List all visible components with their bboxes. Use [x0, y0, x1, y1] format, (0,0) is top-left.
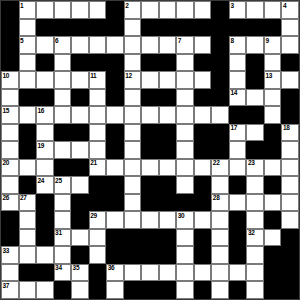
cell-r9-c6[interactable] — [89, 141, 107, 159]
cell-r13-c8[interactable] — [124, 211, 142, 229]
cell-r16-c1[interactable] — [1, 264, 19, 282]
clue-number: 34 — [55, 264, 62, 271]
cell-r8-c4 — [54, 124, 72, 142]
cell-r8-c12 — [194, 124, 212, 142]
cell-r5-c15 — [246, 71, 264, 89]
cell-r12-c13[interactable]: 28 — [211, 194, 229, 212]
cell-r11-c6 — [89, 176, 107, 194]
cell-r2-c1 — [1, 19, 19, 37]
cell-r15-c14 — [229, 246, 247, 264]
cell-r7-c10[interactable] — [159, 106, 177, 124]
cell-r2-c5 — [71, 19, 89, 37]
clue-number: 37 — [3, 282, 10, 289]
cell-r3-c8[interactable] — [124, 36, 142, 54]
cell-r17-c6 — [89, 281, 107, 299]
cell-r13-c6[interactable]: 29 — [89, 211, 107, 229]
clue-number: 17 — [230, 124, 237, 131]
cell-r17-c13[interactable] — [211, 281, 229, 299]
cell-r8-c16 — [264, 124, 282, 142]
cell-r13-c5 — [71, 211, 89, 229]
cell-r7-c11[interactable] — [176, 106, 194, 124]
cell-r17-c2[interactable] — [19, 281, 37, 299]
cell-r16-c5[interactable]: 35 — [71, 264, 89, 282]
clue-number: 28 — [213, 194, 220, 201]
cell-r4-c17 — [281, 54, 299, 72]
cell-r4-c9 — [141, 54, 159, 72]
cell-r15-c6[interactable] — [89, 246, 107, 264]
cell-r15-c3[interactable] — [36, 246, 54, 264]
cell-r14-c16[interactable] — [264, 229, 282, 247]
cell-r8-c9 — [141, 124, 159, 142]
cell-r4-c3 — [36, 54, 54, 72]
clue-number: 12 — [125, 72, 132, 79]
cell-r15-c16 — [264, 246, 282, 264]
cell-r7-c8[interactable] — [124, 106, 142, 124]
cell-r7-c1[interactable]: 15 — [1, 106, 19, 124]
cell-r13-c14 — [229, 211, 247, 229]
cell-r12-c17[interactable] — [281, 194, 299, 212]
cell-r17-c15[interactable] — [246, 281, 264, 299]
cell-r2-c15 — [246, 19, 264, 37]
cell-r11-c15[interactable] — [246, 176, 264, 194]
cell-r17-c16 — [264, 281, 282, 299]
cell-r4-c16[interactable] — [264, 54, 282, 72]
cell-r6-c8[interactable] — [124, 89, 142, 107]
clue-number: 10 — [3, 72, 10, 79]
cell-r4-c14[interactable] — [229, 54, 247, 72]
cell-r14-c13[interactable] — [211, 229, 229, 247]
cell-r5-c2[interactable] — [19, 71, 37, 89]
cell-r7-c4[interactable] — [54, 106, 72, 124]
cell-r6-c5 — [71, 89, 89, 107]
cell-r9-c14[interactable] — [229, 141, 247, 159]
cell-r13-c16 — [264, 211, 282, 229]
cell-r1-c1 — [1, 1, 19, 19]
cell-r7-c16[interactable] — [264, 106, 282, 124]
cell-r14-c9 — [141, 229, 159, 247]
cell-r4-c6 — [89, 54, 107, 72]
cell-r16-c10[interactable] — [159, 264, 177, 282]
cell-r2-c7 — [106, 19, 124, 37]
cell-r9-c4[interactable] — [54, 141, 72, 159]
cell-r12-c7 — [106, 194, 124, 212]
cell-r16-c3 — [36, 264, 54, 282]
cell-r13-c12[interactable] — [194, 211, 212, 229]
cell-r16-c4[interactable]: 34 — [54, 264, 72, 282]
cell-r11-c13[interactable] — [211, 176, 229, 194]
cell-r10-c11[interactable] — [176, 159, 194, 177]
clue-number: 13 — [265, 72, 272, 79]
cell-r10-c1[interactable]: 20 — [1, 159, 19, 177]
cell-r7-c7[interactable] — [106, 106, 124, 124]
cell-r12-c14[interactable] — [229, 194, 247, 212]
cell-r15-c8 — [124, 246, 142, 264]
cell-r7-c6[interactable] — [89, 106, 107, 124]
clue-number: 26 — [3, 194, 10, 201]
cell-r7-c14 — [229, 106, 247, 124]
cell-r10-c3[interactable] — [36, 159, 54, 177]
cell-r1-c11[interactable] — [176, 1, 194, 19]
cell-r10-c15[interactable]: 23 — [246, 159, 264, 177]
cell-r17-c14 — [229, 281, 247, 299]
cell-r9-c15 — [246, 141, 264, 159]
cell-r3-c14[interactable]: 8 — [229, 36, 247, 54]
cell-r1-c7 — [106, 1, 124, 19]
cell-r10-c14[interactable] — [229, 159, 247, 177]
cell-r10-c6[interactable]: 21 — [89, 159, 107, 177]
cell-r13-c4[interactable] — [54, 211, 72, 229]
clue-number: 18 — [283, 124, 290, 131]
cell-r9-c3[interactable]: 19 — [36, 141, 54, 159]
cell-r10-c8[interactable] — [124, 159, 142, 177]
cell-r6-c9 — [141, 89, 159, 107]
cell-r10-c13[interactable]: 22 — [211, 159, 229, 177]
clue-number: 7 — [178, 37, 181, 44]
cell-r1-c17[interactable]: 4 — [281, 1, 299, 19]
cell-r1-c5[interactable] — [71, 1, 89, 19]
cell-r9-c13 — [211, 141, 229, 159]
cell-r6-c11[interactable] — [176, 89, 194, 107]
clue-number: 36 — [108, 264, 115, 271]
cell-r4-c10 — [159, 54, 177, 72]
cell-r3-c6[interactable] — [89, 36, 107, 54]
cell-r3-c12[interactable] — [194, 36, 212, 54]
cell-r5-c14[interactable] — [229, 71, 247, 89]
cell-r3-c10[interactable] — [159, 36, 177, 54]
cell-r5-c6[interactable]: 11 — [89, 71, 107, 89]
cell-r7-c13[interactable] — [211, 106, 229, 124]
cell-r9-c1[interactable] — [1, 141, 19, 159]
cell-r14-c10 — [159, 229, 177, 247]
clue-number: 33 — [3, 247, 10, 254]
cell-r6-c6[interactable] — [89, 89, 107, 107]
cell-r2-c11 — [176, 19, 194, 37]
cell-r6-c15[interactable] — [246, 89, 264, 107]
cell-r4-c1 — [1, 54, 19, 72]
cell-r1-c15[interactable] — [246, 1, 264, 19]
cell-r15-c9 — [141, 246, 159, 264]
clue-number: 32 — [248, 229, 255, 236]
cell-r13-c11[interactable]: 30 — [176, 211, 194, 229]
cell-r4-c7 — [106, 54, 124, 72]
cell-r5-c4[interactable] — [54, 71, 72, 89]
cell-r17-c17 — [281, 281, 299, 299]
cell-r11-c12 — [194, 176, 212, 194]
cell-r13-c2[interactable] — [19, 211, 37, 229]
cell-r10-c10[interactable] — [159, 159, 177, 177]
cell-r11-c1[interactable] — [1, 176, 19, 194]
cell-r4-c13 — [211, 54, 229, 72]
cell-r17-c1[interactable]: 37 — [1, 281, 19, 299]
clue-number: 30 — [178, 212, 185, 219]
cell-r3-c4[interactable]: 6 — [54, 36, 72, 54]
cell-r16-c12[interactable] — [194, 264, 212, 282]
cell-r17-c11[interactable] — [176, 281, 194, 299]
cell-r10-c16[interactable] — [264, 159, 282, 177]
cell-r10-c9[interactable] — [141, 159, 159, 177]
cell-r5-c9[interactable] — [141, 71, 159, 89]
cell-r5-c11[interactable] — [176, 71, 194, 89]
cell-r12-c4[interactable] — [54, 194, 72, 212]
cell-r6-c12 — [194, 89, 212, 107]
cell-r6-c16[interactable] — [264, 89, 282, 107]
cell-r8-c5 — [71, 124, 89, 142]
cell-r2-c9 — [141, 19, 159, 37]
cell-r13-c13[interactable] — [211, 211, 229, 229]
cell-r7-c15 — [246, 106, 264, 124]
cell-r12-c8[interactable] — [124, 194, 142, 212]
cell-r11-c17[interactable] — [281, 176, 299, 194]
cell-r16-c14[interactable] — [229, 264, 247, 282]
cell-r2-c6 — [89, 19, 107, 37]
cell-r3-c15[interactable] — [246, 36, 264, 54]
cell-r17-c7[interactable] — [106, 281, 124, 299]
cell-r11-c3[interactable]: 24 — [36, 176, 54, 194]
cell-r9-c9 — [141, 141, 159, 159]
cell-r11-c2 — [19, 176, 37, 194]
cell-r12-c9 — [141, 194, 159, 212]
cell-r15-c10 — [159, 246, 177, 264]
cell-r11-c7 — [106, 176, 124, 194]
clue-number: 11 — [90, 72, 96, 79]
cell-r5-c5[interactable] — [71, 71, 89, 89]
cell-r15-c4[interactable] — [54, 246, 72, 264]
cell-r15-c13[interactable] — [211, 246, 229, 264]
cell-r10-c2[interactable] — [19, 159, 37, 177]
cell-r8-c15[interactable] — [246, 124, 264, 142]
cell-r6-c1[interactable] — [1, 89, 19, 107]
cell-r5-c1[interactable]: 10 — [1, 71, 19, 89]
clue-number: 22 — [213, 159, 220, 166]
cell-r15-c1[interactable]: 33 — [1, 246, 19, 264]
cell-r1-c12[interactable] — [194, 1, 212, 19]
cell-r16-c8[interactable] — [124, 264, 142, 282]
cell-r1-c9[interactable] — [141, 1, 159, 19]
cell-r14-c1 — [1, 229, 19, 247]
cell-r17-c5[interactable] — [71, 281, 89, 299]
cell-r13-c15[interactable] — [246, 211, 264, 229]
cell-r2-c16 — [264, 19, 282, 37]
cell-r9-c8[interactable] — [124, 141, 142, 159]
cell-r14-c2[interactable] — [19, 229, 37, 247]
cell-r2-c2[interactable] — [19, 19, 37, 37]
cell-r7-c17 — [281, 106, 299, 124]
cell-r11-c4[interactable]: 25 — [54, 176, 72, 194]
cell-r6-c3 — [36, 89, 54, 107]
cell-r13-c9[interactable] — [141, 211, 159, 229]
cell-r9-c16 — [264, 141, 282, 159]
cell-r2-c4 — [54, 19, 72, 37]
cell-r10-c4 — [54, 159, 72, 177]
clue-number: 23 — [248, 159, 255, 166]
cell-r3-c5[interactable] — [71, 36, 89, 54]
cell-r3-c11[interactable]: 7 — [176, 36, 194, 54]
cell-r8-c11[interactable] — [176, 124, 194, 142]
cell-r17-c3[interactable] — [36, 281, 54, 299]
cell-r3-c7[interactable] — [106, 36, 124, 54]
cell-r17-c4 — [54, 281, 72, 299]
clue-number: 27 — [20, 194, 27, 201]
cell-r8-c10 — [159, 124, 177, 142]
cell-r13-c17[interactable] — [281, 211, 299, 229]
cell-r12-c10 — [159, 194, 177, 212]
cell-r2-c3 — [36, 19, 54, 37]
cell-r16-c7[interactable]: 36 — [106, 264, 124, 282]
cell-r4-c15 — [246, 54, 264, 72]
cell-r5-c17[interactable] — [281, 71, 299, 89]
cell-r2-c17[interactable] — [281, 19, 299, 37]
cell-r8-c8[interactable] — [124, 124, 142, 142]
cell-r4-c2[interactable] — [19, 54, 37, 72]
cell-r9-c5[interactable] — [71, 141, 89, 159]
cell-r5-c8[interactable]: 12 — [124, 71, 142, 89]
cell-r7-c5[interactable] — [71, 106, 89, 124]
cell-r15-c15[interactable] — [246, 246, 264, 264]
clue-number: 19 — [38, 142, 45, 149]
cell-r8-c17[interactable]: 18 — [281, 124, 299, 142]
cell-r2-c8[interactable] — [124, 19, 142, 37]
cell-r1-c16[interactable] — [264, 1, 282, 19]
cell-r7-c9[interactable] — [141, 106, 159, 124]
cell-r3-c2[interactable]: 5 — [19, 36, 37, 54]
cell-r1-c4[interactable] — [54, 1, 72, 19]
cell-r2-c12 — [194, 19, 212, 37]
cell-r9-c7 — [106, 141, 124, 159]
cell-r5-c10[interactable] — [159, 71, 177, 89]
cell-r5-c13 — [211, 71, 229, 89]
cell-r16-c11[interactable] — [176, 264, 194, 282]
cell-r8-c7 — [106, 124, 124, 142]
cell-r14-c14 — [229, 229, 247, 247]
cell-r6-c2 — [19, 89, 37, 107]
cell-r2-c13 — [211, 19, 229, 37]
cell-r6-c14[interactable]: 14 — [229, 89, 247, 107]
cell-r12-c12 — [194, 194, 212, 212]
cell-r1-c8[interactable]: 2 — [124, 1, 142, 19]
cell-r15-c11[interactable] — [176, 246, 194, 264]
cell-r15-c2[interactable] — [19, 246, 37, 264]
cell-r3-c9[interactable] — [141, 36, 159, 54]
cell-r6-c4[interactable] — [54, 89, 72, 107]
cell-r10-c7[interactable] — [106, 159, 124, 177]
cell-r6-c10 — [159, 89, 177, 107]
cell-r13-c7[interactable] — [106, 211, 124, 229]
cell-r14-c15[interactable]: 32 — [246, 229, 264, 247]
cell-r10-c17[interactable] — [281, 159, 299, 177]
cell-r12-c11 — [176, 194, 194, 212]
cell-r3-c3[interactable] — [36, 36, 54, 54]
cell-r7-c3[interactable]: 16 — [36, 106, 54, 124]
cell-r1-c13 — [211, 1, 229, 19]
clue-number: 29 — [90, 212, 97, 219]
cell-r8-c14[interactable]: 17 — [229, 124, 247, 142]
cell-r16-c2 — [19, 264, 37, 282]
cell-r15-c7 — [106, 246, 124, 264]
cell-r9-c11[interactable] — [176, 141, 194, 159]
cell-r14-c12 — [194, 229, 212, 247]
cell-r2-c14 — [229, 19, 247, 37]
clue-number: 25 — [55, 177, 62, 184]
cell-r3-c17[interactable] — [281, 36, 299, 54]
cell-r11-c10 — [159, 176, 177, 194]
cell-r12-c15[interactable] — [246, 194, 264, 212]
cell-r7-c2[interactable] — [19, 106, 37, 124]
cell-r11-c11[interactable] — [176, 176, 194, 194]
cell-r12-c1[interactable]: 26 — [1, 194, 19, 212]
clue-number: 8 — [230, 37, 233, 44]
cell-r5-c16[interactable]: 13 — [264, 71, 282, 89]
cell-r8-c6[interactable] — [89, 124, 107, 142]
cell-r4-c8[interactable] — [124, 54, 142, 72]
cell-r15-c17 — [281, 246, 299, 264]
cell-r1-c2[interactable]: 1 — [19, 1, 37, 19]
cell-r9-c12 — [194, 141, 212, 159]
clue-number: 4 — [283, 2, 286, 9]
cell-r11-c8[interactable] — [124, 176, 142, 194]
clue-number: 1 — [20, 2, 23, 9]
cell-r2-c10 — [159, 19, 177, 37]
cell-r8-c3[interactable] — [36, 124, 54, 142]
cell-r14-c11[interactable] — [176, 229, 194, 247]
cell-r9-c2 — [19, 141, 37, 159]
clue-number: 35 — [73, 264, 80, 271]
cell-r11-c14 — [229, 176, 247, 194]
cell-r8-c1[interactable] — [1, 124, 19, 142]
cell-r14-c17 — [281, 229, 299, 247]
cell-r14-c8 — [124, 229, 142, 247]
cell-r5-c3[interactable] — [36, 71, 54, 89]
cell-r14-c5[interactable] — [71, 229, 89, 247]
cell-r11-c16 — [264, 176, 282, 194]
cell-r11-c9 — [141, 176, 159, 194]
cell-r4-c4[interactable] — [54, 54, 72, 72]
cell-r1-c6[interactable] — [89, 1, 107, 19]
cell-r17-c9 — [141, 281, 159, 299]
clue-number: 9 — [265, 37, 268, 44]
cell-r12-c16[interactable] — [264, 194, 282, 212]
clue-number: 14 — [230, 89, 237, 96]
clue-number: 6 — [55, 37, 58, 44]
cell-r5-c12[interactable] — [194, 71, 212, 89]
cell-r13-c10[interactable] — [159, 211, 177, 229]
cell-r1-c10[interactable] — [159, 1, 177, 19]
cell-r3-c16[interactable]: 9 — [264, 36, 282, 54]
cell-r16-c13[interactable] — [211, 264, 229, 282]
cell-r14-c4[interactable]: 31 — [54, 229, 72, 247]
cell-r12-c6 — [89, 194, 107, 212]
cell-r1-c14[interactable]: 3 — [229, 1, 247, 19]
cell-r14-c7 — [106, 229, 124, 247]
cell-r12-c2[interactable]: 27 — [19, 194, 37, 212]
cell-r14-c6[interactable] — [89, 229, 107, 247]
cell-r1-c3[interactable] — [36, 1, 54, 19]
cell-r17-c8 — [124, 281, 142, 299]
cell-r16-c9[interactable] — [141, 264, 159, 282]
cell-r11-c5[interactable] — [71, 176, 89, 194]
cell-r3-c13 — [211, 36, 229, 54]
cell-r10-c12[interactable] — [194, 159, 212, 177]
clue-number: 5 — [20, 37, 23, 44]
cell-r16-c6 — [89, 264, 107, 282]
cell-r6-c17 — [281, 89, 299, 107]
cell-r7-c12[interactable] — [194, 106, 212, 124]
cell-r8-c2 — [19, 124, 37, 142]
cell-r16-c15[interactable] — [246, 264, 264, 282]
cell-r4-c11[interactable] — [176, 54, 194, 72]
cell-r16-c17 — [281, 264, 299, 282]
cell-r9-c17[interactable] — [281, 141, 299, 159]
cell-r13-c3 — [36, 211, 54, 229]
